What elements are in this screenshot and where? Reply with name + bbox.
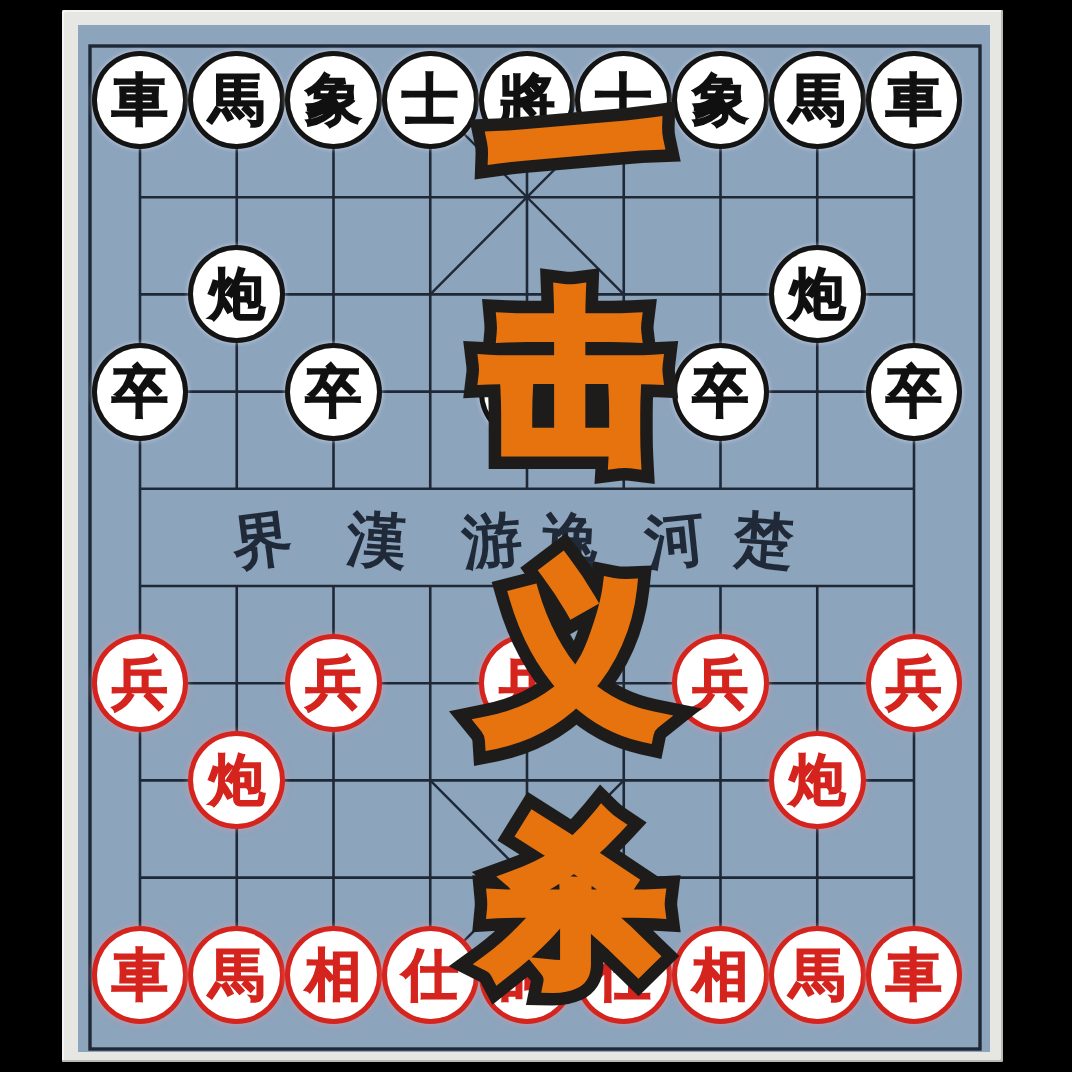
piece-black-advisor[interactable]: 士 [382, 51, 479, 148]
piece-red-general[interactable]: 帥 [479, 926, 576, 1023]
black-soldier-glyph: 卒 [672, 343, 769, 441]
piece-black-horse[interactable]: 馬 [769, 51, 866, 148]
red-advisor-glyph: 仕 [575, 926, 672, 1024]
piece-black-cannon[interactable]: 炮 [188, 246, 285, 343]
black-horse-glyph: 馬 [769, 51, 866, 149]
piece-black-soldier[interactable]: 卒 [672, 343, 769, 440]
piece-red-chariot[interactable]: 車 [866, 926, 963, 1023]
piece-black-soldier[interactable]: 卒 [92, 343, 189, 440]
board-frame: 界漢游逸河楚 車馬象士將士象馬車炮炮卒卒卒卒卒兵兵兵兵兵炮炮車馬相仕帥仕相馬車 [62, 10, 1003, 1062]
red-cannon-glyph: 炮 [188, 731, 285, 829]
piece-red-horse[interactable]: 馬 [769, 926, 866, 1023]
piece-black-horse[interactable]: 馬 [188, 51, 285, 148]
xiangqi-board[interactable]: 界漢游逸河楚 車馬象士將士象馬車炮炮卒卒卒卒卒兵兵兵兵兵炮炮車馬相仕帥仕相馬車 [78, 25, 990, 1052]
piece-black-general[interactable]: 將 [479, 51, 576, 148]
piece-grid: 車馬象士將士象馬車炮炮卒卒卒卒卒兵兵兵兵兵炮炮車馬相仕帥仕相馬車 [92, 51, 963, 1023]
red-soldier-glyph: 兵 [672, 634, 769, 732]
black-chariot-glyph: 車 [866, 51, 963, 149]
red-soldier-glyph: 兵 [92, 634, 189, 732]
red-elephant-glyph: 相 [672, 926, 769, 1024]
black-cannon-glyph: 炮 [769, 245, 866, 343]
black-soldier-glyph: 卒 [285, 343, 382, 441]
piece-black-chariot[interactable]: 車 [866, 51, 963, 148]
black-advisor-glyph: 士 [382, 51, 479, 149]
black-soldier-glyph: 卒 [866, 343, 963, 441]
red-elephant-glyph: 相 [285, 926, 382, 1024]
piece-red-chariot[interactable]: 車 [92, 926, 189, 1023]
piece-red-soldier[interactable]: 兵 [479, 635, 576, 732]
piece-red-soldier[interactable]: 兵 [866, 635, 963, 732]
red-chariot-glyph: 車 [92, 926, 189, 1024]
red-horse-glyph: 馬 [188, 926, 285, 1024]
black-soldier-glyph: 卒 [92, 343, 189, 441]
piece-black-soldier[interactable]: 卒 [479, 343, 576, 440]
page-title: Xiangqi (Chinese chess) — standard openi… [0, 21, 1, 22]
piece-black-cannon[interactable]: 炮 [769, 246, 866, 343]
piece-red-elephant[interactable]: 相 [672, 926, 769, 1023]
piece-red-elephant[interactable]: 相 [285, 926, 382, 1023]
black-horse-glyph: 馬 [188, 51, 285, 149]
piece-red-soldier[interactable]: 兵 [92, 635, 189, 732]
black-chariot-glyph: 車 [92, 51, 189, 149]
red-chariot-glyph: 車 [866, 926, 963, 1024]
piece-black-elephant[interactable]: 象 [672, 51, 769, 148]
piece-black-elephant[interactable]: 象 [285, 51, 382, 148]
black-cannon-glyph: 炮 [188, 245, 285, 343]
red-soldier-glyph: 兵 [285, 634, 382, 732]
black-elephant-glyph: 象 [285, 51, 382, 149]
black-soldier-glyph: 卒 [479, 343, 576, 441]
red-general-glyph: 帥 [479, 926, 576, 1024]
piece-red-soldier[interactable]: 兵 [285, 635, 382, 732]
piece-black-chariot[interactable]: 車 [92, 51, 189, 148]
screenshot-stage: Xiangqi (Chinese chess) — standard openi… [0, 0, 1072, 1072]
piece-red-soldier[interactable]: 兵 [672, 635, 769, 732]
piece-black-soldier[interactable]: 卒 [866, 343, 963, 440]
piece-black-advisor[interactable]: 士 [575, 51, 672, 148]
piece-red-cannon[interactable]: 炮 [188, 732, 285, 829]
red-cannon-glyph: 炮 [769, 731, 866, 829]
piece-red-horse[interactable]: 馬 [188, 926, 285, 1023]
piece-red-advisor[interactable]: 仕 [575, 926, 672, 1023]
piece-red-advisor[interactable]: 仕 [382, 926, 479, 1023]
red-advisor-glyph: 仕 [382, 926, 479, 1024]
black-advisor-glyph: 士 [575, 51, 672, 149]
red-soldier-glyph: 兵 [479, 634, 576, 732]
piece-black-soldier[interactable]: 卒 [285, 343, 382, 440]
red-soldier-glyph: 兵 [866, 634, 963, 732]
black-elephant-glyph: 象 [672, 51, 769, 149]
piece-red-cannon[interactable]: 炮 [769, 732, 866, 829]
black-general-glyph: 將 [479, 51, 576, 149]
red-horse-glyph: 馬 [769, 926, 866, 1024]
